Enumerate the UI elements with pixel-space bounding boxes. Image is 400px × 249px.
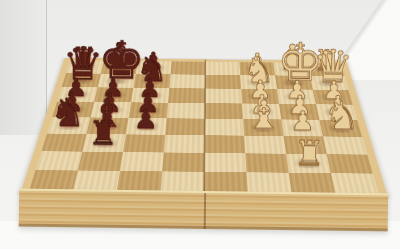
square-d8 bbox=[171, 61, 206, 74]
square-e3 bbox=[205, 135, 246, 153]
square-f2 bbox=[245, 153, 288, 172]
square-h2 bbox=[327, 154, 373, 173]
square-c3 bbox=[123, 134, 165, 152]
piece-light-knight-h4: ♞ bbox=[319, 118, 362, 135]
square-e8 bbox=[205, 62, 240, 75]
square-d3 bbox=[164, 135, 205, 153]
piece-light-rook-g2: ♜ bbox=[286, 151, 331, 170]
board-front-edge bbox=[19, 189, 388, 232]
square-a3 bbox=[42, 134, 87, 152]
square-e4 bbox=[205, 119, 244, 136]
piece-dark-pawn-c4: ♟ bbox=[126, 116, 167, 133]
square-b1 bbox=[73, 171, 120, 192]
square-c2 bbox=[120, 152, 164, 171]
square-d5 bbox=[167, 103, 205, 119]
square-d1 bbox=[160, 171, 204, 192]
chess-board: ♜♝♟♛♚♞♟♟♟♟♟♟♞♝♟♜♟♝♜♞♚♛♟♟♟♟♟♟♝♟♞♜ bbox=[20, 58, 388, 198]
square-d2 bbox=[162, 152, 204, 171]
square-d7 bbox=[169, 74, 205, 88]
light-bishop-icon: ♝ bbox=[244, 96, 284, 134]
dark-knight-icon: ♞ bbox=[48, 94, 88, 132]
apron-fold-seam bbox=[203, 193, 205, 229]
dark-pawn-icon: ♟ bbox=[126, 107, 165, 133]
square-e2 bbox=[204, 153, 246, 172]
square-f1 bbox=[247, 172, 292, 193]
piece-dark-rook-b3: ♜ bbox=[83, 132, 126, 150]
square-a2 bbox=[36, 151, 83, 170]
square-e1 bbox=[204, 172, 248, 193]
square-g1 bbox=[289, 173, 336, 194]
square-e7 bbox=[205, 75, 241, 89]
square-a1 bbox=[29, 170, 78, 191]
square-h1 bbox=[331, 173, 379, 194]
light-knight-icon: ♞ bbox=[322, 97, 362, 135]
light-rook-icon: ♜ bbox=[288, 137, 330, 170]
square-d6 bbox=[168, 88, 205, 103]
square-d4 bbox=[165, 118, 205, 135]
folding-chess-board: ♜♝♟♛♚♞♟♟♟♟♟♟♞♝♟♜♟♝♜♞♚♛♟♟♟♟♟♟♝♟♞♜ bbox=[0, 0, 400, 249]
chess-set-photo: ♜♝♟♛♚♞♟♟♟♟♟♟♞♝♟♜♟♝♜♞♚♛♟♟♟♟♟♟♝♟♞♜ bbox=[0, 0, 400, 249]
square-b2 bbox=[78, 152, 123, 171]
square-e5 bbox=[205, 103, 243, 119]
square-c1 bbox=[117, 171, 162, 192]
dark-rook-icon: ♜ bbox=[83, 118, 124, 150]
square-f3 bbox=[244, 136, 286, 154]
piece-light-pawn-g4: ♟ bbox=[281, 117, 323, 134]
piece-light-bishop-f4: ♝ bbox=[243, 117, 283, 134]
light-pawn-icon: ♟ bbox=[283, 108, 322, 134]
square-e6 bbox=[205, 88, 242, 103]
